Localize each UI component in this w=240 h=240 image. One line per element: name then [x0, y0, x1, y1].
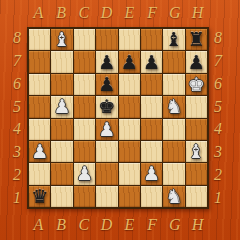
square-b2[interactable] — [51, 163, 72, 184]
piece-black-pawn[interactable]: ♟ — [98, 53, 115, 72]
file-label-c: C — [73, 211, 96, 239]
square-a5[interactable] — [29, 96, 50, 117]
piece-white-bishop[interactable]: ♝ — [188, 142, 205, 161]
square-d3[interactable] — [96, 141, 117, 162]
file-label-g: G — [164, 211, 187, 239]
square-h6[interactable]: ♚ — [186, 74, 207, 95]
chess-board: ♝♝♜♟♟♟♟♟♚♟♚♞♟♟♝♟♟♛♞ — [27, 27, 209, 209]
square-e5[interactable] — [119, 96, 140, 117]
square-e7[interactable]: ♟ — [119, 51, 140, 72]
square-c4[interactable] — [74, 119, 95, 140]
rank-label-7: 7 — [0, 50, 25, 73]
file-label-e: E — [118, 211, 141, 239]
rank-label-2: 2 — [0, 164, 25, 187]
square-h1[interactable] — [186, 186, 207, 207]
piece-black-pawn[interactable]: ♟ — [143, 53, 160, 72]
file-label-h: H — [186, 211, 209, 239]
square-a1[interactable]: ♛ — [29, 186, 50, 207]
rank-label-1: 1 — [0, 186, 25, 209]
rank-label-8: 8 — [210, 27, 236, 50]
rank-label-6: 6 — [0, 73, 25, 96]
square-a8[interactable] — [29, 29, 50, 50]
square-e8[interactable] — [119, 29, 140, 50]
rank-label-4: 4 — [210, 118, 236, 141]
square-a3[interactable]: ♟ — [29, 141, 50, 162]
square-f4[interactable] — [141, 119, 162, 140]
square-b5[interactable]: ♟ — [51, 96, 72, 117]
square-d7[interactable]: ♟ — [96, 51, 117, 72]
square-e1[interactable] — [119, 186, 140, 207]
piece-white-pawn[interactable]: ♟ — [98, 120, 115, 139]
piece-black-pawn[interactable]: ♟ — [98, 75, 115, 94]
square-b4[interactable] — [51, 119, 72, 140]
piece-white-pawn[interactable]: ♟ — [31, 142, 48, 161]
square-b3[interactable] — [51, 141, 72, 162]
piece-black-king[interactable]: ♚ — [98, 97, 115, 116]
square-a6[interactable] — [29, 74, 50, 95]
piece-white-pawn[interactable]: ♟ — [143, 164, 160, 183]
rank-label-1: 1 — [210, 186, 236, 209]
square-e3[interactable] — [119, 141, 140, 162]
square-d1[interactable] — [96, 186, 117, 207]
square-a7[interactable] — [29, 51, 50, 72]
file-label-a: A — [27, 211, 50, 239]
square-h5[interactable] — [186, 96, 207, 117]
piece-black-queen[interactable]: ♛ — [31, 187, 48, 206]
piece-white-king[interactable]: ♚ — [188, 75, 205, 94]
piece-white-bishop[interactable]: ♝ — [54, 30, 71, 49]
square-g3[interactable] — [163, 141, 184, 162]
square-d4[interactable]: ♟ — [96, 119, 117, 140]
square-g7[interactable] — [163, 51, 184, 72]
rank-labels-right: 87654321 — [210, 27, 236, 209]
piece-black-rook[interactable]: ♜ — [188, 30, 205, 49]
file-label-d: D — [95, 211, 118, 239]
square-h3[interactable]: ♝ — [186, 141, 207, 162]
file-label-f: F — [141, 211, 164, 239]
square-g1[interactable]: ♞ — [163, 186, 184, 207]
square-c7[interactable] — [74, 51, 95, 72]
rank-label-7: 7 — [210, 50, 236, 73]
square-g2[interactable] — [163, 163, 184, 184]
square-c8[interactable] — [74, 29, 95, 50]
rank-label-8: 8 — [0, 27, 25, 50]
file-label-f: F — [141, 0, 164, 26]
rank-label-3: 3 — [0, 141, 25, 164]
piece-white-knight[interactable]: ♞ — [165, 97, 182, 116]
rank-label-6: 6 — [210, 73, 236, 96]
piece-white-pawn[interactable]: ♟ — [76, 164, 93, 183]
square-d6[interactable]: ♟ — [96, 74, 117, 95]
file-label-h: H — [186, 0, 209, 26]
square-g5[interactable]: ♞ — [163, 96, 184, 117]
square-d8[interactable] — [96, 29, 117, 50]
square-d5[interactable]: ♚ — [96, 96, 117, 117]
square-h7[interactable]: ♟ — [186, 51, 207, 72]
square-b8[interactable]: ♝ — [51, 29, 72, 50]
square-c6[interactable] — [74, 74, 95, 95]
piece-white-pawn[interactable]: ♟ — [54, 97, 71, 116]
square-g4[interactable] — [163, 119, 184, 140]
chess-diagram: ABCDEFGH ABCDEFGH 87654321 87654321 ♝♝♜♟… — [0, 0, 240, 240]
file-label-d: D — [95, 0, 118, 26]
piece-black-bishop[interactable]: ♝ — [165, 30, 182, 49]
square-g8[interactable]: ♝ — [163, 29, 184, 50]
square-f8[interactable] — [141, 29, 162, 50]
rank-label-3: 3 — [210, 141, 236, 164]
square-c5[interactable] — [74, 96, 95, 117]
square-e2[interactable] — [119, 163, 140, 184]
rank-label-5: 5 — [0, 95, 25, 118]
square-e4[interactable] — [119, 119, 140, 140]
square-c2[interactable]: ♟ — [74, 163, 95, 184]
square-b7[interactable] — [51, 51, 72, 72]
rank-label-4: 4 — [0, 118, 25, 141]
rank-label-2: 2 — [210, 164, 236, 187]
square-f3[interactable] — [141, 141, 162, 162]
square-b1[interactable] — [51, 186, 72, 207]
square-a2[interactable] — [29, 163, 50, 184]
square-h2[interactable] — [186, 163, 207, 184]
square-e6[interactable] — [119, 74, 140, 95]
square-c1[interactable] — [74, 186, 95, 207]
file-label-g: G — [164, 0, 187, 26]
square-d2[interactable] — [96, 163, 117, 184]
file-label-c: C — [73, 0, 96, 26]
square-f7[interactable]: ♟ — [141, 51, 162, 72]
square-c3[interactable] — [74, 141, 95, 162]
square-f6[interactable] — [141, 74, 162, 95]
file-label-b: B — [50, 0, 73, 26]
piece-black-pawn[interactable]: ♟ — [121, 53, 138, 72]
square-a4[interactable] — [29, 119, 50, 140]
square-g6[interactable] — [163, 74, 184, 95]
rank-label-5: 5 — [210, 95, 236, 118]
square-h8[interactable]: ♜ — [186, 29, 207, 50]
file-label-e: E — [118, 0, 141, 26]
rank-labels-left: 87654321 — [0, 27, 25, 209]
square-h4[interactable] — [186, 119, 207, 140]
file-label-b: B — [50, 211, 73, 239]
file-labels-top: ABCDEFGH — [27, 0, 209, 26]
square-f5[interactable] — [141, 96, 162, 117]
file-labels-bottom: ABCDEFGH — [27, 211, 209, 239]
square-f2[interactable]: ♟ — [141, 163, 162, 184]
square-f1[interactable] — [141, 186, 162, 207]
piece-black-pawn[interactable]: ♟ — [188, 53, 205, 72]
piece-white-knight[interactable]: ♞ — [165, 187, 182, 206]
square-b6[interactable] — [51, 74, 72, 95]
file-label-a: A — [27, 0, 50, 26]
